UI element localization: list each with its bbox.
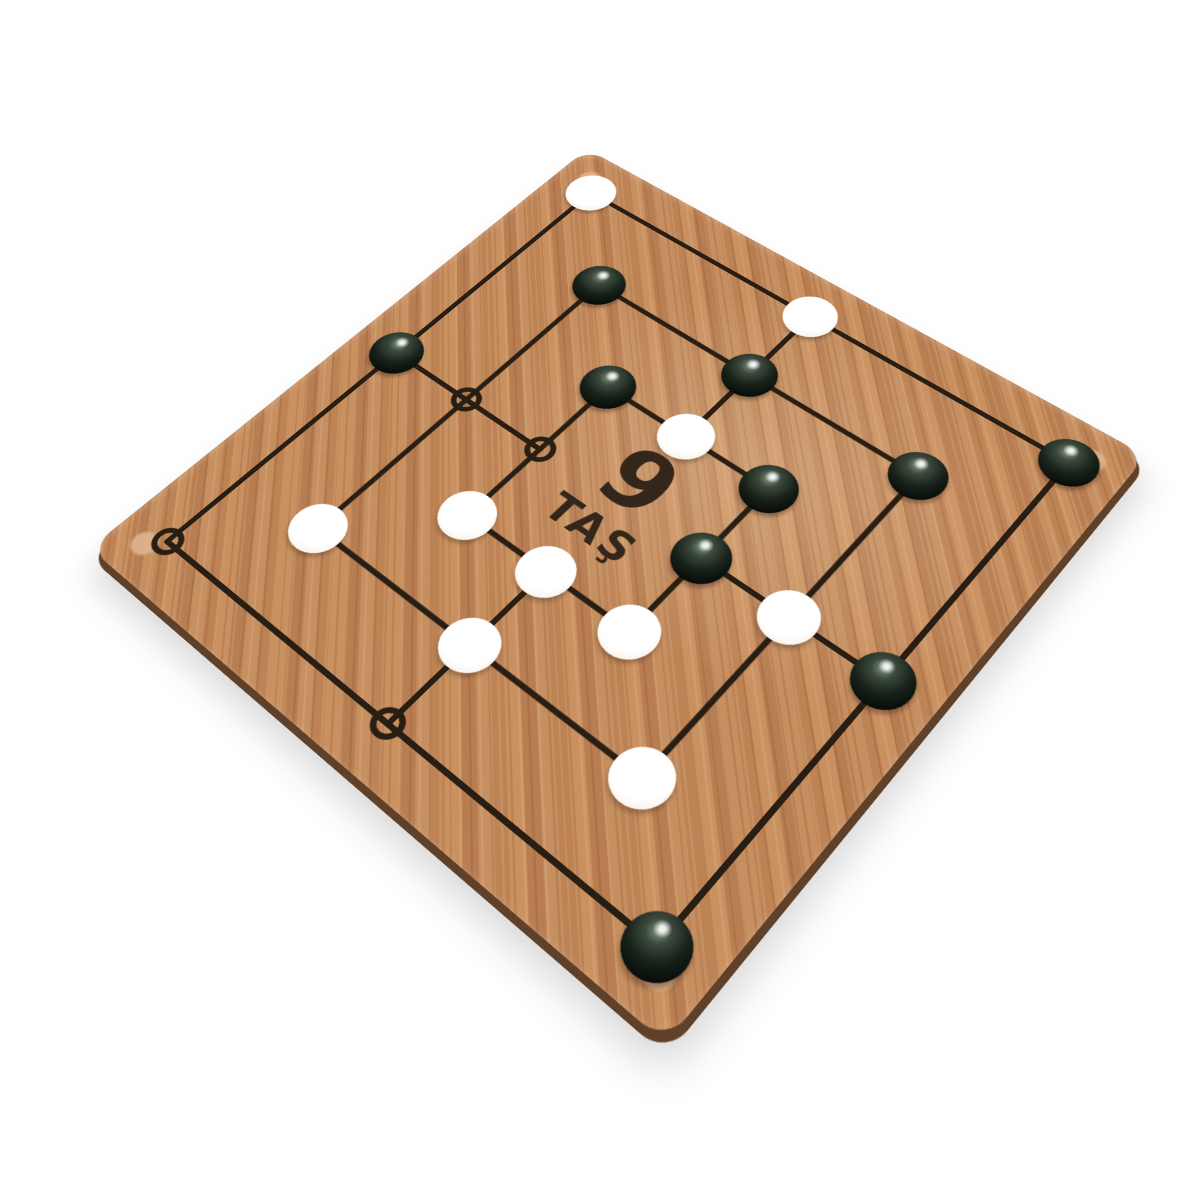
point-a1[interactable]: [93, 481, 243, 605]
point-b6[interactable]: [532, 238, 666, 335]
white-piece-f2[interactable]: [594, 735, 690, 823]
white-piece-a7[interactable]: [555, 169, 627, 218]
black-piece-d6[interactable]: [710, 345, 790, 406]
black-piece-g1[interactable]: [605, 896, 708, 998]
white-piece-f4[interactable]: [744, 579, 834, 656]
black-piece-b6[interactable]: [561, 258, 636, 313]
white-piece-b2[interactable]: [275, 494, 360, 563]
white-piece-d2[interactable]: [425, 607, 515, 685]
black-piece-g7[interactable]: [1026, 430, 1111, 497]
point-b2[interactable]: [243, 469, 393, 592]
point-g1[interactable]: [565, 859, 748, 1040]
black-piece-f6[interactable]: [876, 443, 961, 511]
black-piece-a4[interactable]: [358, 324, 436, 382]
point-g7[interactable]: [993, 405, 1143, 524]
black-piece-c5[interactable]: [568, 357, 648, 418]
white-piece-d5[interactable]: [645, 405, 727, 469]
point-f6[interactable]: [843, 418, 993, 538]
white-piece-c3[interactable]: [426, 481, 511, 550]
white-piece-e3[interactable]: [584, 593, 674, 670]
black-piece-e5[interactable]: [726, 455, 811, 523]
white-piece-d7[interactable]: [771, 289, 849, 346]
point-a7[interactable]: [527, 151, 654, 238]
morris-board: 9 TAŞ: [90, 149, 1147, 1044]
board-grid: [93, 151, 1144, 1040]
black-piece-e4[interactable]: [657, 522, 744, 594]
white-piece-d3[interactable]: [503, 536, 590, 609]
point-f2[interactable]: [557, 702, 728, 859]
black-piece-g4[interactable]: [837, 640, 930, 722]
product-photo-scene: 9 TAŞ: [0, 0, 1200, 1200]
